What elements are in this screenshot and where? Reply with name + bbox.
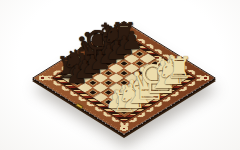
corner-rosette xyxy=(199,74,212,82)
corner-rosette xyxy=(36,74,49,82)
piece-white-rook: ♜ xyxy=(161,53,197,83)
mosaic-border: ♜♞♝♛♚♝♞♜♟♟♟♟♟♟♟♟♟♟♟♟♟♟♟♟♜♞♝♛♚♝♞♜ xyxy=(52,33,196,122)
product-photo-stage: ♜♞♝♛♚♝♞♜♟♟♟♟♟♟♟♟♟♟♟♟♟♟♟♟♜♞♝♛♚♝♞♜ xyxy=(0,0,240,150)
chess-board: ♜♞♝♛♚♝♞♜♟♟♟♟♟♟♟♟♟♟♟♟♟♟♟♟♜♞♝♛♚♝♞♜ xyxy=(32,21,216,135)
hinge xyxy=(74,103,84,109)
corner-rosette xyxy=(118,124,131,132)
square-h1: ♜ xyxy=(171,73,187,83)
